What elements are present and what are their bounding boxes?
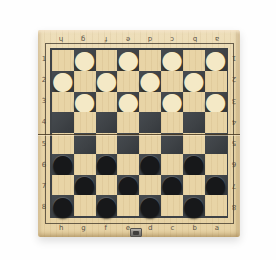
clasp-latch — [130, 228, 142, 237]
square-f2[interactable]: ● — [96, 71, 118, 92]
square-f3[interactable] — [96, 92, 118, 113]
square-e8[interactable] — [117, 195, 139, 216]
rank-labels-right: 12345678 — [228, 48, 240, 218]
square-c3[interactable]: ● — [161, 92, 183, 113]
folding-board-box: hgfedcba hgfedcba 12345678 12345678 ●●●●… — [38, 30, 240, 237]
square-f8[interactable]: ● — [96, 195, 118, 216]
square-a5[interactable] — [205, 133, 227, 154]
rank-right-label-5: 5 — [228, 133, 240, 154]
file-bottom-label-g: g — [72, 218, 94, 237]
square-g4[interactable] — [74, 112, 96, 133]
rank-labels-left: 12345678 — [38, 48, 50, 218]
square-c7[interactable]: ● — [161, 175, 183, 196]
square-b4[interactable] — [183, 112, 205, 133]
square-g1[interactable]: ● — [74, 50, 96, 71]
file-top-label-d: d — [139, 30, 161, 48]
file-top-label-h: h — [50, 30, 72, 48]
square-c4[interactable] — [161, 112, 183, 133]
file-bottom-label-f: f — [95, 218, 117, 237]
rank-right-label-2: 2 — [228, 69, 240, 90]
file-top-label-b: b — [184, 30, 206, 48]
rank-left-label-8: 8 — [38, 197, 50, 218]
square-d4[interactable] — [139, 112, 161, 133]
square-d6[interactable]: ● — [139, 154, 161, 175]
square-a1[interactable]: ● — [205, 50, 227, 71]
rank-right-label-4: 4 — [228, 112, 240, 133]
file-bottom-label-h: h — [50, 218, 72, 237]
square-b8[interactable]: ● — [183, 195, 205, 216]
square-h4[interactable] — [52, 112, 74, 133]
photo-background: hgfedcba hgfedcba 12345678 12345678 ●●●●… — [0, 0, 276, 260]
square-f4[interactable] — [96, 112, 118, 133]
square-h3[interactable] — [52, 92, 74, 113]
rank-left-label-6: 6 — [38, 154, 50, 175]
square-e3[interactable]: ● — [117, 92, 139, 113]
square-e5[interactable] — [117, 133, 139, 154]
file-bottom-label-b: b — [184, 218, 206, 237]
square-d3[interactable] — [139, 92, 161, 113]
square-g5[interactable] — [74, 133, 96, 154]
square-e7[interactable]: ● — [117, 175, 139, 196]
rank-left-label-3: 3 — [38, 91, 50, 112]
square-a8[interactable] — [205, 195, 227, 216]
rank-right-label-8: 8 — [228, 197, 240, 218]
square-h6[interactable]: ● — [52, 154, 74, 175]
rank-left-label-1: 1 — [38, 48, 50, 69]
rank-left-label-5: 5 — [38, 133, 50, 154]
square-c8[interactable] — [161, 195, 183, 216]
square-e1[interactable]: ● — [117, 50, 139, 71]
square-e4[interactable] — [117, 112, 139, 133]
square-c5[interactable] — [161, 133, 183, 154]
square-h2[interactable]: ● — [52, 71, 74, 92]
square-g8[interactable] — [74, 195, 96, 216]
file-bottom-label-a: a — [206, 218, 228, 237]
rank-left-label-7: 7 — [38, 176, 50, 197]
square-d8[interactable]: ● — [139, 195, 161, 216]
rank-right-label-3: 3 — [228, 91, 240, 112]
square-h8[interactable]: ● — [52, 195, 74, 216]
rank-left-label-2: 2 — [38, 69, 50, 90]
square-a4[interactable] — [205, 112, 227, 133]
rank-right-label-7: 7 — [228, 176, 240, 197]
square-d2[interactable]: ● — [139, 71, 161, 92]
square-f6[interactable]: ● — [96, 154, 118, 175]
rank-right-label-1: 1 — [228, 48, 240, 69]
square-b2[interactable]: ● — [183, 71, 205, 92]
clasp-latch-keeper — [133, 231, 139, 235]
board-grid: ●●●●●●●●●●●●●●●●●●●●●●●● — [50, 48, 228, 218]
square-b3[interactable] — [183, 92, 205, 113]
square-c1[interactable]: ● — [161, 50, 183, 71]
square-b6[interactable]: ● — [183, 154, 205, 175]
square-a3[interactable]: ● — [205, 92, 227, 113]
file-bottom-label-d: d — [139, 218, 161, 237]
square-g7[interactable]: ● — [74, 175, 96, 196]
square-a7[interactable]: ● — [205, 175, 227, 196]
file-bottom-label-c: c — [161, 218, 183, 237]
rank-right-label-6: 6 — [228, 154, 240, 175]
rank-left-label-4: 4 — [38, 112, 50, 133]
square-g3[interactable]: ● — [74, 92, 96, 113]
file-top-label-f: f — [95, 30, 117, 48]
